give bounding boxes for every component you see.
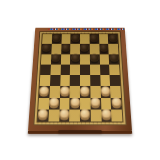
square-h2[interactable] xyxy=(111,98,122,110)
square-g6[interactable] xyxy=(99,54,109,64)
square-h6[interactable] xyxy=(109,54,119,64)
square-f4[interactable] xyxy=(90,75,100,86)
photo-stage xyxy=(0,0,160,160)
square-e4[interactable] xyxy=(80,75,90,86)
board-shadow xyxy=(58,130,102,133)
light-checker-piece[interactable] xyxy=(101,109,111,118)
glare-artifact-strip xyxy=(48,28,124,29)
square-e1[interactable] xyxy=(80,109,91,121)
square-e2[interactable] xyxy=(80,98,90,110)
square-h8[interactable] xyxy=(108,34,118,44)
square-c6[interactable] xyxy=(60,54,70,64)
square-e6[interactable] xyxy=(80,54,90,64)
light-checker-piece[interactable] xyxy=(49,98,59,107)
square-h3[interactable] xyxy=(110,86,121,97)
square-b4[interactable] xyxy=(50,75,60,86)
square-a5[interactable] xyxy=(40,64,50,75)
light-checker-piece[interactable] xyxy=(38,109,48,118)
square-c8[interactable] xyxy=(61,34,71,44)
square-a2[interactable] xyxy=(38,98,49,110)
square-a6[interactable] xyxy=(41,54,51,64)
square-g7[interactable] xyxy=(99,44,109,54)
square-f2[interactable] xyxy=(90,98,101,110)
light-checker-piece[interactable] xyxy=(60,86,70,95)
dark-checker-piece[interactable] xyxy=(71,34,80,41)
square-a4[interactable] xyxy=(40,75,51,86)
dark-checker-piece[interactable] xyxy=(42,44,51,52)
square-b2[interactable] xyxy=(49,98,60,110)
square-b8[interactable] xyxy=(52,34,62,44)
dark-checker-piece[interactable] xyxy=(61,44,70,52)
square-b5[interactable] xyxy=(50,64,60,75)
square-b6[interactable] xyxy=(51,54,61,64)
inlay-border xyxy=(33,31,126,125)
square-d8[interactable] xyxy=(71,34,80,44)
square-e7[interactable] xyxy=(80,44,90,54)
square-f1[interactable] xyxy=(90,109,101,121)
dark-checker-piece[interactable] xyxy=(71,54,80,62)
square-b3[interactable] xyxy=(49,86,60,97)
square-f8[interactable] xyxy=(89,34,99,44)
light-checker-piece[interactable] xyxy=(40,86,50,95)
square-f3[interactable] xyxy=(90,86,100,97)
light-checker-piece[interactable] xyxy=(70,98,80,107)
dark-checker-piece[interactable] xyxy=(80,44,89,52)
square-c1[interactable] xyxy=(59,109,70,121)
dark-checker-piece[interactable] xyxy=(99,44,108,52)
square-h7[interactable] xyxy=(108,44,118,54)
square-f6[interactable] xyxy=(90,54,100,64)
dark-checker-piece[interactable] xyxy=(90,34,99,41)
square-c2[interactable] xyxy=(59,98,70,110)
square-b7[interactable] xyxy=(51,44,61,54)
square-e5[interactable] xyxy=(80,64,90,75)
light-checker-piece[interactable] xyxy=(101,86,111,95)
square-c7[interactable] xyxy=(61,44,71,54)
dark-checker-piece[interactable] xyxy=(109,54,118,62)
square-e3[interactable] xyxy=(80,86,90,97)
square-d1[interactable] xyxy=(69,109,80,121)
square-c5[interactable] xyxy=(60,64,70,75)
light-checker-piece[interactable] xyxy=(111,98,121,107)
square-g5[interactable] xyxy=(100,64,110,75)
square-f7[interactable] xyxy=(89,44,99,54)
square-d2[interactable] xyxy=(70,98,80,110)
square-c3[interactable] xyxy=(59,86,69,97)
square-h1[interactable] xyxy=(111,109,122,121)
light-checker-piece[interactable] xyxy=(80,109,90,118)
light-checker-piece[interactable] xyxy=(91,98,101,107)
checkers-board xyxy=(28,28,132,131)
square-d5[interactable] xyxy=(70,64,80,75)
square-h4[interactable] xyxy=(110,75,121,86)
square-a8[interactable] xyxy=(42,34,52,44)
square-g1[interactable] xyxy=(101,109,112,121)
dark-checker-piece[interactable] xyxy=(51,54,60,62)
square-e8[interactable] xyxy=(80,34,89,44)
square-d6[interactable] xyxy=(70,54,80,64)
square-g4[interactable] xyxy=(100,75,110,86)
dark-checker-piece[interactable] xyxy=(90,54,99,62)
square-g2[interactable] xyxy=(101,98,112,110)
square-f5[interactable] xyxy=(90,64,100,75)
light-checker-piece[interactable] xyxy=(59,109,69,118)
dark-checker-piece[interactable] xyxy=(108,34,117,41)
square-h5[interactable] xyxy=(109,64,119,75)
square-d4[interactable] xyxy=(70,75,80,86)
square-a3[interactable] xyxy=(39,86,50,97)
square-a1[interactable] xyxy=(38,109,49,121)
square-d7[interactable] xyxy=(70,44,80,54)
light-checker-piece[interactable] xyxy=(80,86,89,95)
dark-checker-piece[interactable] xyxy=(52,34,61,41)
square-c4[interactable] xyxy=(60,75,70,86)
square-g8[interactable] xyxy=(99,34,109,44)
square-g3[interactable] xyxy=(100,86,111,97)
board-grid xyxy=(38,34,123,121)
square-d3[interactable] xyxy=(70,86,80,97)
square-b1[interactable] xyxy=(48,109,59,121)
board-frame xyxy=(28,28,132,131)
square-a7[interactable] xyxy=(42,44,52,54)
